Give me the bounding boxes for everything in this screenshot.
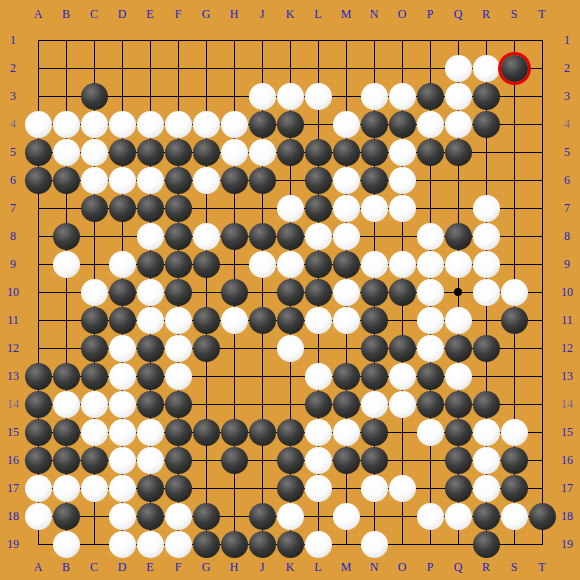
intersection-N10[interactable]: [360, 278, 388, 306]
intersection-M15[interactable]: [332, 418, 360, 446]
intersection-G17[interactable]: [192, 474, 220, 502]
intersection-F1[interactable]: [164, 26, 192, 54]
intersection-N9[interactable]: [360, 250, 388, 278]
intersection-T18[interactable]: [528, 502, 556, 530]
intersection-C19[interactable]: [80, 530, 108, 558]
intersection-P8[interactable]: [416, 222, 444, 250]
intersection-C13[interactable]: [80, 362, 108, 390]
intersection-N8[interactable]: [360, 222, 388, 250]
intersection-G9[interactable]: [192, 250, 220, 278]
intersection-R14[interactable]: [472, 390, 500, 418]
intersection-C8[interactable]: [80, 222, 108, 250]
intersection-M2[interactable]: [332, 54, 360, 82]
intersection-E5[interactable]: [136, 138, 164, 166]
intersection-O8[interactable]: [388, 222, 416, 250]
intersection-T12[interactable]: [528, 334, 556, 362]
intersection-S9[interactable]: [500, 250, 528, 278]
intersection-M1[interactable]: [332, 26, 360, 54]
intersection-G5[interactable]: [192, 138, 220, 166]
intersection-D4[interactable]: [108, 110, 136, 138]
intersection-G7[interactable]: [192, 194, 220, 222]
intersection-J14[interactable]: [248, 390, 276, 418]
intersection-C5[interactable]: [80, 138, 108, 166]
intersection-S2[interactable]: [500, 54, 528, 82]
intersection-N3[interactable]: [360, 82, 388, 110]
intersection-A18[interactable]: [24, 502, 52, 530]
intersection-A13[interactable]: [24, 362, 52, 390]
intersection-B10[interactable]: [52, 278, 80, 306]
intersection-O12[interactable]: [388, 334, 416, 362]
intersection-D10[interactable]: [108, 278, 136, 306]
intersection-C14[interactable]: [80, 390, 108, 418]
intersection-C6[interactable]: [80, 166, 108, 194]
intersection-O13[interactable]: [388, 362, 416, 390]
intersection-S14[interactable]: [500, 390, 528, 418]
intersection-N12[interactable]: [360, 334, 388, 362]
intersection-K15[interactable]: [276, 418, 304, 446]
intersection-E11[interactable]: [136, 306, 164, 334]
intersection-S10[interactable]: [500, 278, 528, 306]
intersection-A2[interactable]: [24, 54, 52, 82]
intersection-E14[interactable]: [136, 390, 164, 418]
intersection-H12[interactable]: [220, 334, 248, 362]
intersection-R7[interactable]: [472, 194, 500, 222]
intersection-O15[interactable]: [388, 418, 416, 446]
intersection-A15[interactable]: [24, 418, 52, 446]
intersection-Q8[interactable]: [444, 222, 472, 250]
intersection-H7[interactable]: [220, 194, 248, 222]
intersection-T1[interactable]: [528, 26, 556, 54]
intersection-K9[interactable]: [276, 250, 304, 278]
intersection-Q10[interactable]: [444, 278, 472, 306]
intersection-K4[interactable]: [276, 110, 304, 138]
intersection-J11[interactable]: [248, 306, 276, 334]
intersection-Q4[interactable]: [444, 110, 472, 138]
intersection-D1[interactable]: [108, 26, 136, 54]
intersection-B1[interactable]: [52, 26, 80, 54]
intersection-O14[interactable]: [388, 390, 416, 418]
intersection-Q18[interactable]: [444, 502, 472, 530]
intersection-S5[interactable]: [500, 138, 528, 166]
intersection-M5[interactable]: [332, 138, 360, 166]
intersection-E18[interactable]: [136, 502, 164, 530]
intersection-H15[interactable]: [220, 418, 248, 446]
intersection-K2[interactable]: [276, 54, 304, 82]
intersection-B8[interactable]: [52, 222, 80, 250]
intersection-P2[interactable]: [416, 54, 444, 82]
intersection-R2[interactable]: [472, 54, 500, 82]
intersection-E19[interactable]: [136, 530, 164, 558]
intersection-J3[interactable]: [248, 82, 276, 110]
intersection-Q1[interactable]: [444, 26, 472, 54]
intersection-O1[interactable]: [388, 26, 416, 54]
intersection-G15[interactable]: [192, 418, 220, 446]
intersection-F14[interactable]: [164, 390, 192, 418]
intersection-R8[interactable]: [472, 222, 500, 250]
intersection-F17[interactable]: [164, 474, 192, 502]
intersection-Q19[interactable]: [444, 530, 472, 558]
intersection-B14[interactable]: [52, 390, 80, 418]
intersection-C1[interactable]: [80, 26, 108, 54]
intersection-P3[interactable]: [416, 82, 444, 110]
intersection-D13[interactable]: [108, 362, 136, 390]
intersection-J7[interactable]: [248, 194, 276, 222]
intersection-K14[interactable]: [276, 390, 304, 418]
intersection-S13[interactable]: [500, 362, 528, 390]
intersection-Q2[interactable]: [444, 54, 472, 82]
intersection-M13[interactable]: [332, 362, 360, 390]
intersection-S4[interactable]: [500, 110, 528, 138]
intersection-G16[interactable]: [192, 446, 220, 474]
intersection-G12[interactable]: [192, 334, 220, 362]
intersection-A14[interactable]: [24, 390, 52, 418]
intersection-J8[interactable]: [248, 222, 276, 250]
intersection-C9[interactable]: [80, 250, 108, 278]
intersection-T2[interactable]: [528, 54, 556, 82]
intersection-Q3[interactable]: [444, 82, 472, 110]
intersection-C7[interactable]: [80, 194, 108, 222]
intersection-J2[interactable]: [248, 54, 276, 82]
intersection-J10[interactable]: [248, 278, 276, 306]
intersection-F10[interactable]: [164, 278, 192, 306]
intersection-K3[interactable]: [276, 82, 304, 110]
intersection-E9[interactable]: [136, 250, 164, 278]
intersection-N6[interactable]: [360, 166, 388, 194]
intersection-P11[interactable]: [416, 306, 444, 334]
intersection-A7[interactable]: [24, 194, 52, 222]
intersection-Q16[interactable]: [444, 446, 472, 474]
intersection-S16[interactable]: [500, 446, 528, 474]
intersection-H16[interactable]: [220, 446, 248, 474]
intersection-E6[interactable]: [136, 166, 164, 194]
intersection-G10[interactable]: [192, 278, 220, 306]
intersection-N14[interactable]: [360, 390, 388, 418]
intersection-A11[interactable]: [24, 306, 52, 334]
intersection-R13[interactable]: [472, 362, 500, 390]
intersection-F15[interactable]: [164, 418, 192, 446]
intersection-K17[interactable]: [276, 474, 304, 502]
intersection-C17[interactable]: [80, 474, 108, 502]
intersection-P15[interactable]: [416, 418, 444, 446]
intersection-L17[interactable]: [304, 474, 332, 502]
intersection-H8[interactable]: [220, 222, 248, 250]
intersection-P5[interactable]: [416, 138, 444, 166]
intersection-P18[interactable]: [416, 502, 444, 530]
intersection-R18[interactable]: [472, 502, 500, 530]
intersection-L9[interactable]: [304, 250, 332, 278]
intersection-M6[interactable]: [332, 166, 360, 194]
intersection-C15[interactable]: [80, 418, 108, 446]
intersection-G2[interactable]: [192, 54, 220, 82]
intersection-R4[interactable]: [472, 110, 500, 138]
intersection-E8[interactable]: [136, 222, 164, 250]
intersection-Q9[interactable]: [444, 250, 472, 278]
intersection-T19[interactable]: [528, 530, 556, 558]
intersection-N18[interactable]: [360, 502, 388, 530]
intersection-L10[interactable]: [304, 278, 332, 306]
intersection-N15[interactable]: [360, 418, 388, 446]
intersection-B11[interactable]: [52, 306, 80, 334]
intersection-R11[interactable]: [472, 306, 500, 334]
intersection-O18[interactable]: [388, 502, 416, 530]
intersection-M7[interactable]: [332, 194, 360, 222]
intersection-S1[interactable]: [500, 26, 528, 54]
intersection-H5[interactable]: [220, 138, 248, 166]
intersection-O19[interactable]: [388, 530, 416, 558]
intersection-K13[interactable]: [276, 362, 304, 390]
intersection-O7[interactable]: [388, 194, 416, 222]
intersection-R1[interactable]: [472, 26, 500, 54]
intersection-J13[interactable]: [248, 362, 276, 390]
intersection-C10[interactable]: [80, 278, 108, 306]
intersection-Q12[interactable]: [444, 334, 472, 362]
intersection-H3[interactable]: [220, 82, 248, 110]
intersection-H14[interactable]: [220, 390, 248, 418]
intersection-L7[interactable]: [304, 194, 332, 222]
intersection-J4[interactable]: [248, 110, 276, 138]
intersection-H10[interactable]: [220, 278, 248, 306]
intersection-A17[interactable]: [24, 474, 52, 502]
intersection-D2[interactable]: [108, 54, 136, 82]
intersection-R6[interactable]: [472, 166, 500, 194]
intersection-Q14[interactable]: [444, 390, 472, 418]
intersection-H17[interactable]: [220, 474, 248, 502]
intersection-A19[interactable]: [24, 530, 52, 558]
intersection-S8[interactable]: [500, 222, 528, 250]
intersection-F2[interactable]: [164, 54, 192, 82]
intersection-B7[interactable]: [52, 194, 80, 222]
intersection-M3[interactable]: [332, 82, 360, 110]
intersection-H4[interactable]: [220, 110, 248, 138]
intersection-D16[interactable]: [108, 446, 136, 474]
intersection-Q11[interactable]: [444, 306, 472, 334]
intersection-M4[interactable]: [332, 110, 360, 138]
intersection-M19[interactable]: [332, 530, 360, 558]
intersection-P9[interactable]: [416, 250, 444, 278]
intersection-G1[interactable]: [192, 26, 220, 54]
intersection-A6[interactable]: [24, 166, 52, 194]
intersection-F4[interactable]: [164, 110, 192, 138]
intersection-J18[interactable]: [248, 502, 276, 530]
intersection-D17[interactable]: [108, 474, 136, 502]
intersection-Q17[interactable]: [444, 474, 472, 502]
intersection-K8[interactable]: [276, 222, 304, 250]
intersection-E13[interactable]: [136, 362, 164, 390]
intersection-F18[interactable]: [164, 502, 192, 530]
intersection-B12[interactable]: [52, 334, 80, 362]
intersection-D15[interactable]: [108, 418, 136, 446]
intersection-D14[interactable]: [108, 390, 136, 418]
intersection-S18[interactable]: [500, 502, 528, 530]
intersection-L8[interactable]: [304, 222, 332, 250]
intersection-Q5[interactable]: [444, 138, 472, 166]
intersection-T6[interactable]: [528, 166, 556, 194]
intersection-D3[interactable]: [108, 82, 136, 110]
intersection-F9[interactable]: [164, 250, 192, 278]
intersection-S3[interactable]: [500, 82, 528, 110]
intersection-T5[interactable]: [528, 138, 556, 166]
intersection-K5[interactable]: [276, 138, 304, 166]
intersection-R5[interactable]: [472, 138, 500, 166]
intersection-H18[interactable]: [220, 502, 248, 530]
intersection-P4[interactable]: [416, 110, 444, 138]
intersection-J17[interactable]: [248, 474, 276, 502]
intersection-F13[interactable]: [164, 362, 192, 390]
intersection-M16[interactable]: [332, 446, 360, 474]
intersection-N1[interactable]: [360, 26, 388, 54]
intersection-Q15[interactable]: [444, 418, 472, 446]
intersection-H13[interactable]: [220, 362, 248, 390]
intersection-T7[interactable]: [528, 194, 556, 222]
intersection-D6[interactable]: [108, 166, 136, 194]
intersection-F7[interactable]: [164, 194, 192, 222]
intersection-C16[interactable]: [80, 446, 108, 474]
intersection-L12[interactable]: [304, 334, 332, 362]
intersection-O11[interactable]: [388, 306, 416, 334]
intersection-O4[interactable]: [388, 110, 416, 138]
intersection-K18[interactable]: [276, 502, 304, 530]
intersection-P13[interactable]: [416, 362, 444, 390]
intersection-P10[interactable]: [416, 278, 444, 306]
intersection-D12[interactable]: [108, 334, 136, 362]
intersection-T4[interactable]: [528, 110, 556, 138]
intersection-M10[interactable]: [332, 278, 360, 306]
intersection-J19[interactable]: [248, 530, 276, 558]
intersection-E3[interactable]: [136, 82, 164, 110]
intersection-O9[interactable]: [388, 250, 416, 278]
intersection-N13[interactable]: [360, 362, 388, 390]
intersection-P16[interactable]: [416, 446, 444, 474]
intersection-A4[interactable]: [24, 110, 52, 138]
intersection-H9[interactable]: [220, 250, 248, 278]
intersection-F8[interactable]: [164, 222, 192, 250]
intersection-N17[interactable]: [360, 474, 388, 502]
intersection-T9[interactable]: [528, 250, 556, 278]
intersection-J9[interactable]: [248, 250, 276, 278]
intersection-A12[interactable]: [24, 334, 52, 362]
intersection-G8[interactable]: [192, 222, 220, 250]
intersection-D19[interactable]: [108, 530, 136, 558]
intersection-T17[interactable]: [528, 474, 556, 502]
intersection-Q6[interactable]: [444, 166, 472, 194]
intersection-G13[interactable]: [192, 362, 220, 390]
intersection-C18[interactable]: [80, 502, 108, 530]
intersection-M14[interactable]: [332, 390, 360, 418]
intersection-Q7[interactable]: [444, 194, 472, 222]
intersection-G19[interactable]: [192, 530, 220, 558]
intersection-T15[interactable]: [528, 418, 556, 446]
intersection-G6[interactable]: [192, 166, 220, 194]
intersection-M12[interactable]: [332, 334, 360, 362]
intersection-O17[interactable]: [388, 474, 416, 502]
intersection-K6[interactable]: [276, 166, 304, 194]
intersection-G11[interactable]: [192, 306, 220, 334]
intersection-B18[interactable]: [52, 502, 80, 530]
intersection-L1[interactable]: [304, 26, 332, 54]
intersection-G14[interactable]: [192, 390, 220, 418]
intersection-T11[interactable]: [528, 306, 556, 334]
intersection-A9[interactable]: [24, 250, 52, 278]
intersection-T10[interactable]: [528, 278, 556, 306]
intersection-J16[interactable]: [248, 446, 276, 474]
intersection-J12[interactable]: [248, 334, 276, 362]
intersection-A3[interactable]: [24, 82, 52, 110]
intersection-M11[interactable]: [332, 306, 360, 334]
intersection-N16[interactable]: [360, 446, 388, 474]
intersection-B6[interactable]: [52, 166, 80, 194]
intersection-E7[interactable]: [136, 194, 164, 222]
intersection-M17[interactable]: [332, 474, 360, 502]
intersection-L11[interactable]: [304, 306, 332, 334]
intersection-G18[interactable]: [192, 502, 220, 530]
intersection-C11[interactable]: [80, 306, 108, 334]
intersection-L19[interactable]: [304, 530, 332, 558]
intersection-P14[interactable]: [416, 390, 444, 418]
intersection-R15[interactable]: [472, 418, 500, 446]
intersection-D18[interactable]: [108, 502, 136, 530]
intersection-M8[interactable]: [332, 222, 360, 250]
intersection-H19[interactable]: [220, 530, 248, 558]
intersection-P6[interactable]: [416, 166, 444, 194]
intersection-L16[interactable]: [304, 446, 332, 474]
intersection-P12[interactable]: [416, 334, 444, 362]
intersection-M18[interactable]: [332, 502, 360, 530]
intersection-J15[interactable]: [248, 418, 276, 446]
intersection-O2[interactable]: [388, 54, 416, 82]
intersection-O10[interactable]: [388, 278, 416, 306]
intersection-C3[interactable]: [80, 82, 108, 110]
intersection-L13[interactable]: [304, 362, 332, 390]
intersection-R16[interactable]: [472, 446, 500, 474]
intersection-B16[interactable]: [52, 446, 80, 474]
intersection-N19[interactable]: [360, 530, 388, 558]
intersection-D8[interactable]: [108, 222, 136, 250]
intersection-T3[interactable]: [528, 82, 556, 110]
intersection-D11[interactable]: [108, 306, 136, 334]
intersection-B2[interactable]: [52, 54, 80, 82]
intersection-T8[interactable]: [528, 222, 556, 250]
intersection-F11[interactable]: [164, 306, 192, 334]
intersection-A16[interactable]: [24, 446, 52, 474]
intersection-R3[interactable]: [472, 82, 500, 110]
intersection-S15[interactable]: [500, 418, 528, 446]
intersection-L18[interactable]: [304, 502, 332, 530]
intersection-F12[interactable]: [164, 334, 192, 362]
intersection-K1[interactable]: [276, 26, 304, 54]
intersection-N2[interactable]: [360, 54, 388, 82]
intersection-R17[interactable]: [472, 474, 500, 502]
intersection-A10[interactable]: [24, 278, 52, 306]
intersection-C2[interactable]: [80, 54, 108, 82]
intersection-S6[interactable]: [500, 166, 528, 194]
intersection-L4[interactable]: [304, 110, 332, 138]
intersection-H1[interactable]: [220, 26, 248, 54]
intersection-S17[interactable]: [500, 474, 528, 502]
intersection-S7[interactable]: [500, 194, 528, 222]
intersection-P7[interactable]: [416, 194, 444, 222]
intersection-J1[interactable]: [248, 26, 276, 54]
intersection-E16[interactable]: [136, 446, 164, 474]
intersection-R19[interactable]: [472, 530, 500, 558]
intersection-D5[interactable]: [108, 138, 136, 166]
intersection-E15[interactable]: [136, 418, 164, 446]
intersection-B4[interactable]: [52, 110, 80, 138]
intersection-T13[interactable]: [528, 362, 556, 390]
intersection-H2[interactable]: [220, 54, 248, 82]
intersection-L3[interactable]: [304, 82, 332, 110]
intersection-B19[interactable]: [52, 530, 80, 558]
intersection-F19[interactable]: [164, 530, 192, 558]
